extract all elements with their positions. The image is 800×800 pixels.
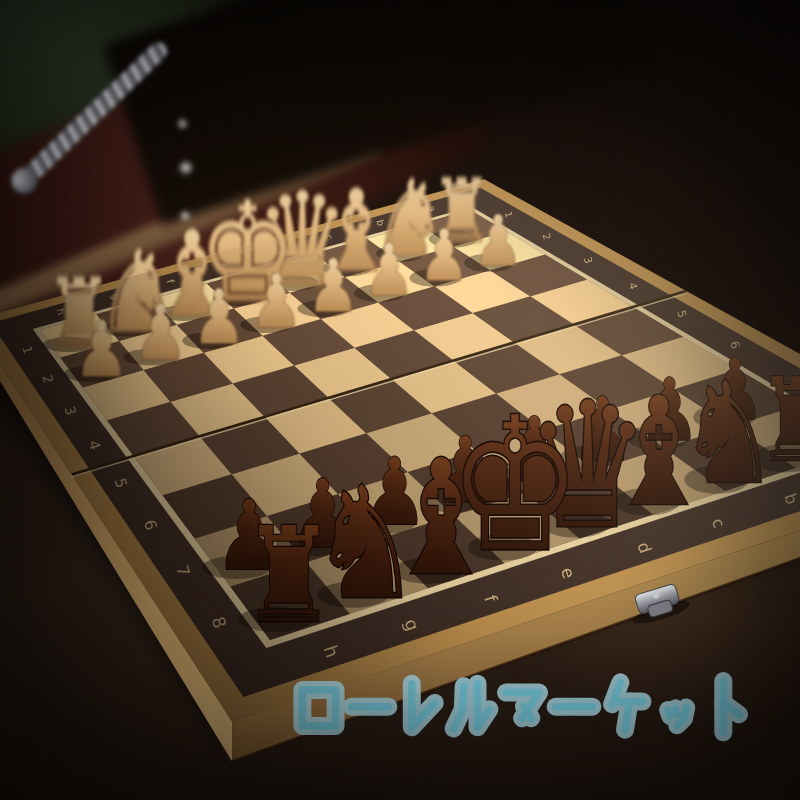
watermark: ローレルマーケット [288, 660, 768, 790]
piece-white-pawn-h2: ♟ [74, 304, 129, 393]
piece-white-pawn-b2: ♟ [419, 215, 470, 297]
piece-white-pawn-e2: ♟ [250, 258, 303, 344]
piece-white-pawn-a2: ♟ [473, 201, 523, 282]
watermark-glyph-ケ [625, 702, 630, 730]
watermark-glyph-ロ [302, 690, 335, 726]
piece-white-pawn-g2: ♟ [133, 288, 188, 376]
piece-white-pawn-c2: ♟ [363, 229, 414, 312]
watermark-glyph-ッ [668, 710, 670, 716]
piece-black-rook-h8: ♜ [242, 499, 336, 652]
piece-white-pawn-d2: ♟ [307, 243, 359, 328]
watermark-glyph-ッ [675, 708, 677, 714]
watermark-lettering [288, 660, 768, 790]
product-photo-scene: 1122334455667788aabbccddeeffgghh♜♞♟♝♟♛♟♚… [0, 0, 800, 800]
piece-white-pawn-f2: ♟ [192, 273, 246, 360]
